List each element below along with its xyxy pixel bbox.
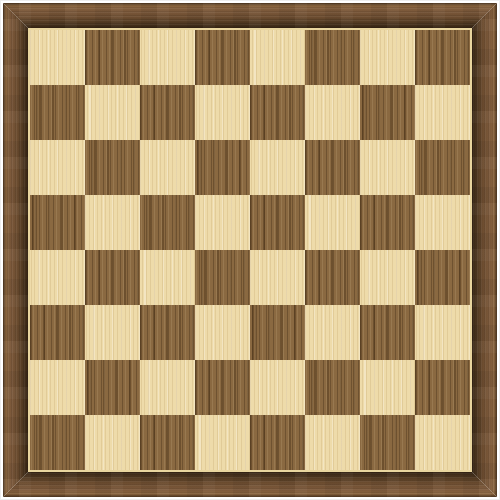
square-b1[interactable] [85, 415, 140, 470]
square-h3[interactable] [415, 305, 470, 360]
square-b4[interactable] [85, 250, 140, 305]
square-f4[interactable] [305, 250, 360, 305]
square-f6[interactable] [305, 140, 360, 195]
frame-left [3, 3, 28, 497]
square-f7[interactable] [305, 85, 360, 140]
square-g4[interactable] [360, 250, 415, 305]
square-b5[interactable] [85, 195, 140, 250]
square-d5[interactable] [195, 195, 250, 250]
square-b7[interactable] [85, 85, 140, 140]
square-a5[interactable] [30, 195, 85, 250]
square-h4[interactable] [415, 250, 470, 305]
square-a2[interactable] [30, 360, 85, 415]
chessboard-photo [0, 0, 500, 500]
square-a3[interactable] [30, 305, 85, 360]
square-e3[interactable] [250, 305, 305, 360]
square-g5[interactable] [360, 195, 415, 250]
square-f1[interactable] [305, 415, 360, 470]
square-f2[interactable] [305, 360, 360, 415]
square-g8[interactable] [360, 30, 415, 85]
square-e8[interactable] [250, 30, 305, 85]
square-a8[interactable] [30, 30, 85, 85]
square-c1[interactable] [140, 415, 195, 470]
square-c5[interactable] [140, 195, 195, 250]
square-d8[interactable] [195, 30, 250, 85]
square-e1[interactable] [250, 415, 305, 470]
square-h6[interactable] [415, 140, 470, 195]
square-d2[interactable] [195, 360, 250, 415]
square-f5[interactable] [305, 195, 360, 250]
square-d4[interactable] [195, 250, 250, 305]
square-g3[interactable] [360, 305, 415, 360]
square-e4[interactable] [250, 250, 305, 305]
square-g6[interactable] [360, 140, 415, 195]
square-g2[interactable] [360, 360, 415, 415]
square-h5[interactable] [415, 195, 470, 250]
chessboard-grid [30, 30, 470, 470]
square-c2[interactable] [140, 360, 195, 415]
square-d1[interactable] [195, 415, 250, 470]
square-b3[interactable] [85, 305, 140, 360]
square-c8[interactable] [140, 30, 195, 85]
square-c4[interactable] [140, 250, 195, 305]
square-h1[interactable] [415, 415, 470, 470]
square-h2[interactable] [415, 360, 470, 415]
square-h8[interactable] [415, 30, 470, 85]
square-c7[interactable] [140, 85, 195, 140]
square-g1[interactable] [360, 415, 415, 470]
square-a6[interactable] [30, 140, 85, 195]
square-e7[interactable] [250, 85, 305, 140]
square-e5[interactable] [250, 195, 305, 250]
square-g7[interactable] [360, 85, 415, 140]
square-a7[interactable] [30, 85, 85, 140]
square-d7[interactable] [195, 85, 250, 140]
square-c6[interactable] [140, 140, 195, 195]
square-f3[interactable] [305, 305, 360, 360]
square-b6[interactable] [85, 140, 140, 195]
square-d3[interactable] [195, 305, 250, 360]
frame-bottom [3, 472, 497, 497]
square-e6[interactable] [250, 140, 305, 195]
square-a1[interactable] [30, 415, 85, 470]
square-h7[interactable] [415, 85, 470, 140]
square-a4[interactable] [30, 250, 85, 305]
square-b2[interactable] [85, 360, 140, 415]
square-c3[interactable] [140, 305, 195, 360]
frame-top [3, 3, 497, 28]
frame-right [472, 3, 497, 497]
square-b8[interactable] [85, 30, 140, 85]
square-e2[interactable] [250, 360, 305, 415]
square-d6[interactable] [195, 140, 250, 195]
square-f8[interactable] [305, 30, 360, 85]
